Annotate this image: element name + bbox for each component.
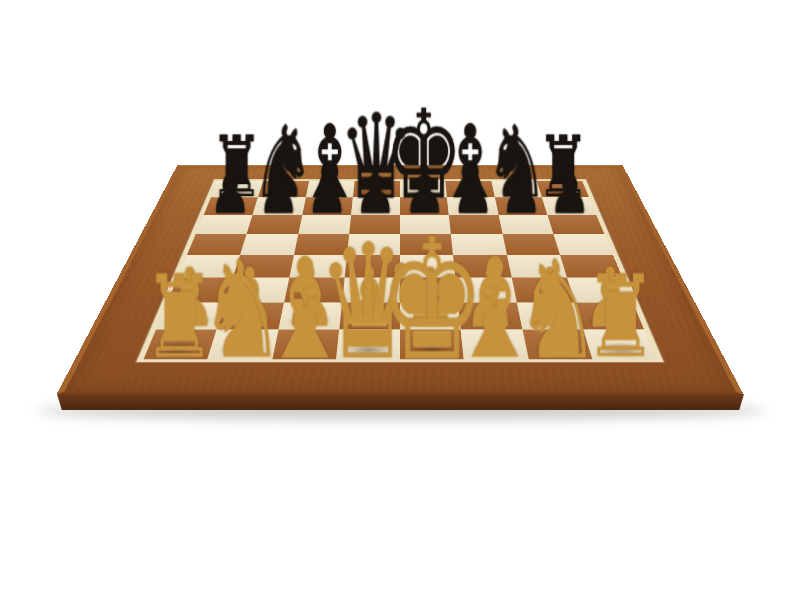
photo-scene: ♜♞♝♛♚♝♞♜♟♟♟♟♟♟♟♟♟♟♟♟♟♟♟♟♜♞♝♛♚♝♞♜ bbox=[0, 0, 800, 600]
square-b7[interactable]: ♟ bbox=[253, 197, 306, 215]
square-h7[interactable]: ♟ bbox=[542, 197, 597, 215]
square-g7[interactable]: ♟ bbox=[495, 197, 548, 215]
board-front-edge bbox=[57, 394, 744, 410]
square-h1[interactable]: ♜ bbox=[583, 329, 656, 359]
board-maple-inlay: ♜♞♝♛♚♝♞♜♟♟♟♟♟♟♟♟♟♟♟♟♟♟♟♟♜♞♝♛♚♝♞♜ bbox=[135, 179, 665, 363]
square-a7[interactable]: ♟ bbox=[204, 197, 259, 215]
piece-white-rook-h1[interactable]: ♜ bbox=[584, 259, 658, 373]
chess-board: ♜♞♝♛♚♝♞♜♟♟♟♟♟♟♟♟♟♟♟♟♟♟♟♟♜♞♝♛♚♝♞♜ bbox=[56, 165, 743, 395]
board-grid: ♜♞♝♛♚♝♞♜♟♟♟♟♟♟♟♟♟♟♟♟♟♟♟♟♜♞♝♛♚♝♞♜ bbox=[144, 181, 657, 359]
square-g1[interactable]: ♞ bbox=[522, 329, 592, 359]
